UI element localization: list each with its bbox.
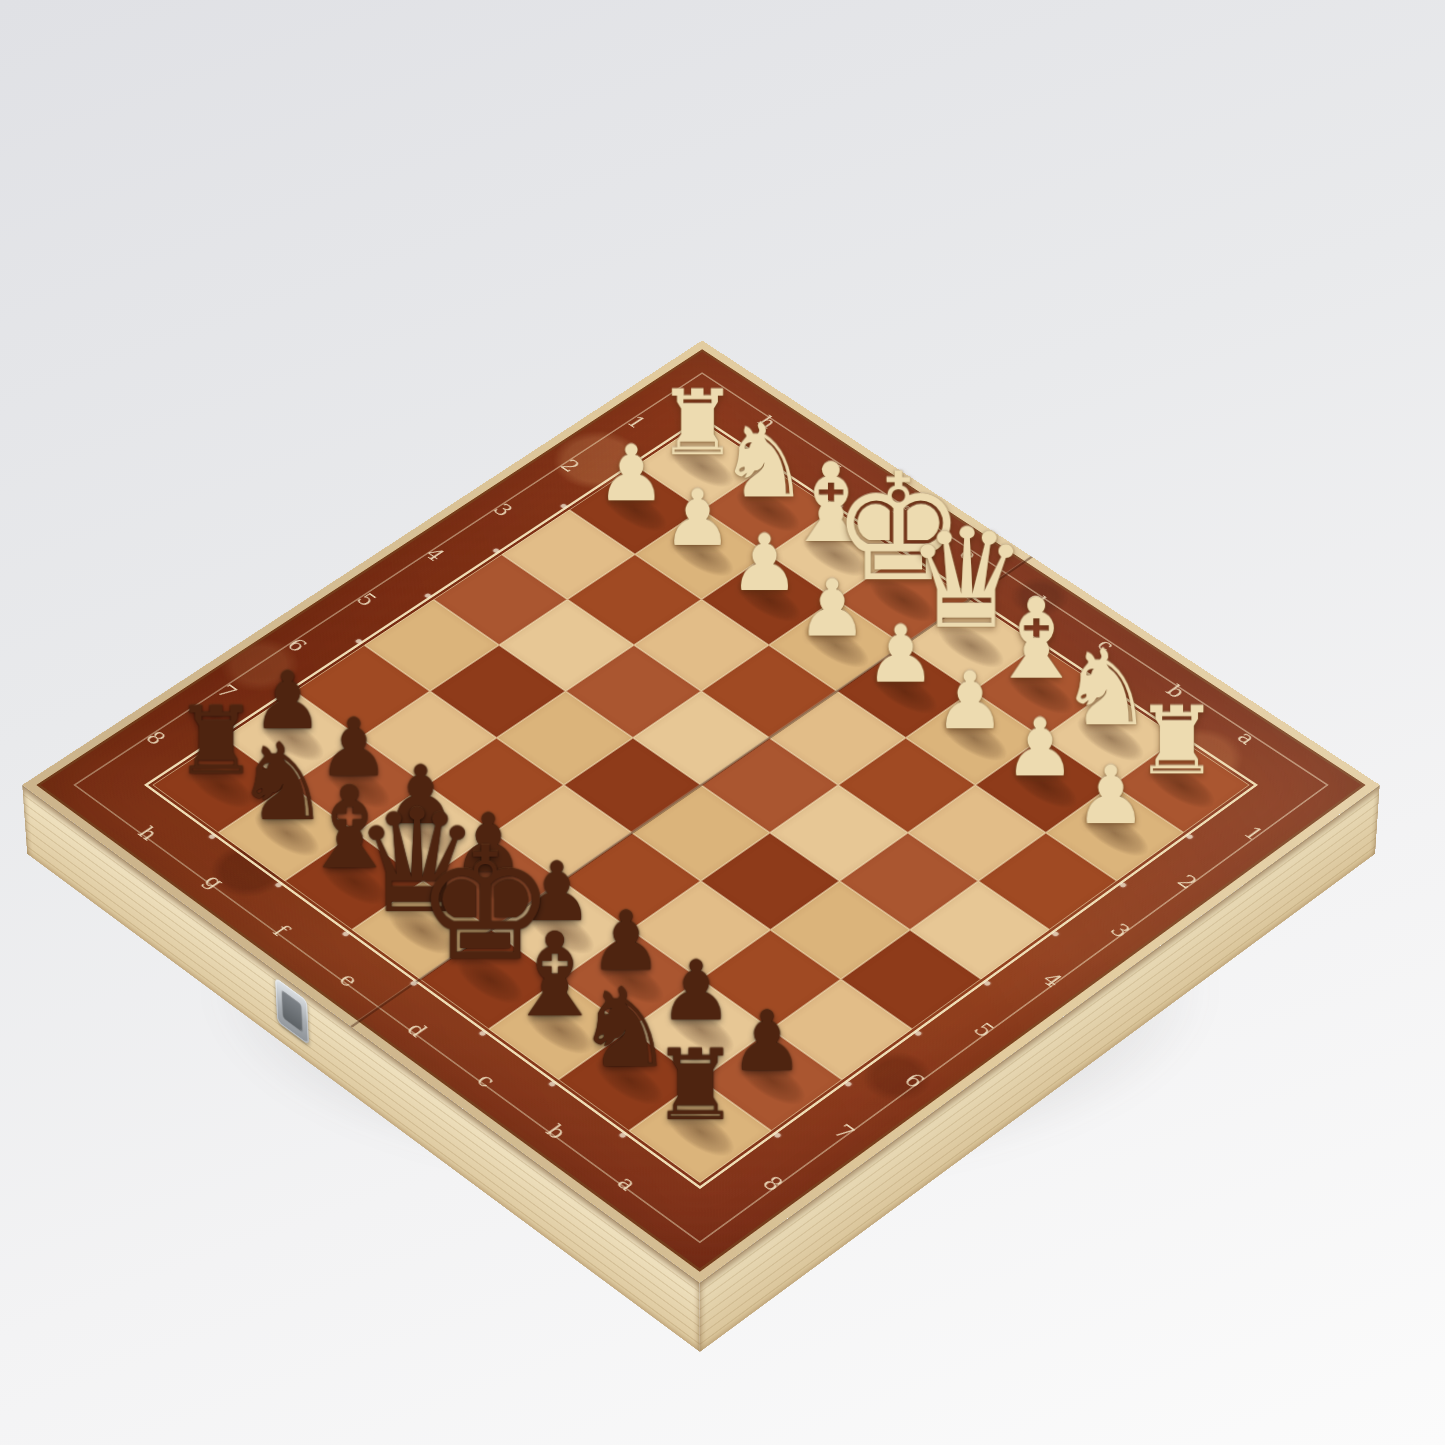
scene: hhggffeeddccbbaa1122334455667788 ♜♞♝♛♚♝♞…	[0, 0, 1445, 1445]
board-top-face: hhggffeeddccbbaa1122334455667788 ♜♞♝♛♚♝♞…	[22, 340, 1380, 1282]
chess-board: hhggffeeddccbbaa1122334455667788 ♜♞♝♛♚♝♞…	[22, 340, 1380, 1282]
studio-backdrop: hhggffeeddccbbaa1122334455667788 ♜♞♝♛♚♝♞…	[0, 0, 1445, 1445]
black-rook-icon: ♜	[539, 1036, 852, 1134]
clasp-latch-icon	[281, 989, 302, 1031]
white-pawn-icon: ♟	[959, 755, 1261, 835]
page: { "game": "chess", "position": { "fen": …	[0, 0, 1445, 1445]
